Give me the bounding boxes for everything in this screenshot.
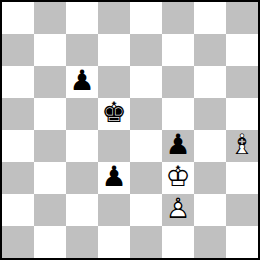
square-f8[interactable] xyxy=(162,2,194,34)
square-h5[interactable] xyxy=(226,98,258,130)
square-a1[interactable] xyxy=(2,226,34,258)
square-h6[interactable] xyxy=(226,66,258,98)
chess-board: ♟♚♟♝♗♟♚♔♟♙ xyxy=(0,0,260,260)
white-bishop: ♝♗ xyxy=(226,130,258,162)
square-b5[interactable] xyxy=(34,98,66,130)
square-e2[interactable] xyxy=(130,194,162,226)
square-d6[interactable] xyxy=(98,66,130,98)
square-d1[interactable] xyxy=(98,226,130,258)
square-g8[interactable] xyxy=(194,2,226,34)
square-f3[interactable]: ♚♔ xyxy=(162,162,194,194)
square-c2[interactable] xyxy=(66,194,98,226)
black-king-glyph: ♚ xyxy=(98,98,130,130)
square-a4[interactable] xyxy=(2,130,34,162)
square-a7[interactable] xyxy=(2,34,34,66)
black-king: ♚ xyxy=(98,98,130,130)
square-c4[interactable] xyxy=(66,130,98,162)
square-e5[interactable] xyxy=(130,98,162,130)
square-d7[interactable] xyxy=(98,34,130,66)
square-c6[interactable]: ♟ xyxy=(66,66,98,98)
square-b2[interactable] xyxy=(34,194,66,226)
square-h1[interactable] xyxy=(226,226,258,258)
black-pawn-glyph: ♟ xyxy=(162,130,194,162)
square-f4[interactable]: ♟ xyxy=(162,130,194,162)
square-b7[interactable] xyxy=(34,34,66,66)
square-f7[interactable] xyxy=(162,34,194,66)
square-g3[interactable] xyxy=(194,162,226,194)
black-pawn-glyph: ♟ xyxy=(66,66,98,98)
square-g6[interactable] xyxy=(194,66,226,98)
square-h8[interactable] xyxy=(226,2,258,34)
white-pawn-glyph: ♙ xyxy=(162,194,194,226)
square-f2[interactable]: ♟♙ xyxy=(162,194,194,226)
square-e3[interactable] xyxy=(130,162,162,194)
white-pawn: ♟♙ xyxy=(162,194,194,226)
square-c3[interactable] xyxy=(66,162,98,194)
square-f5[interactable] xyxy=(162,98,194,130)
square-e7[interactable] xyxy=(130,34,162,66)
square-c8[interactable] xyxy=(66,2,98,34)
square-e1[interactable] xyxy=(130,226,162,258)
square-e8[interactable] xyxy=(130,2,162,34)
square-b4[interactable] xyxy=(34,130,66,162)
square-d5[interactable]: ♚ xyxy=(98,98,130,130)
white-king-glyph: ♔ xyxy=(162,162,194,194)
square-h4[interactable]: ♝♗ xyxy=(226,130,258,162)
square-a3[interactable] xyxy=(2,162,34,194)
square-g5[interactable] xyxy=(194,98,226,130)
square-h3[interactable] xyxy=(226,162,258,194)
square-d8[interactable] xyxy=(98,2,130,34)
square-c5[interactable] xyxy=(66,98,98,130)
black-pawn: ♟ xyxy=(162,130,194,162)
square-a6[interactable] xyxy=(2,66,34,98)
square-h7[interactable] xyxy=(226,34,258,66)
square-e6[interactable] xyxy=(130,66,162,98)
square-a8[interactable] xyxy=(2,2,34,34)
square-c1[interactable] xyxy=(66,226,98,258)
black-pawn: ♟ xyxy=(66,66,98,98)
square-b1[interactable] xyxy=(34,226,66,258)
square-h2[interactable] xyxy=(226,194,258,226)
square-d4[interactable] xyxy=(98,130,130,162)
white-king: ♚♔ xyxy=(162,162,194,194)
square-b6[interactable] xyxy=(34,66,66,98)
square-a2[interactable] xyxy=(2,194,34,226)
square-g4[interactable] xyxy=(194,130,226,162)
white-bishop-glyph: ♗ xyxy=(226,130,258,162)
square-g7[interactable] xyxy=(194,34,226,66)
square-g1[interactable] xyxy=(194,226,226,258)
square-e4[interactable] xyxy=(130,130,162,162)
square-d3[interactable]: ♟ xyxy=(98,162,130,194)
square-f6[interactable] xyxy=(162,66,194,98)
square-g2[interactable] xyxy=(194,194,226,226)
square-c7[interactable] xyxy=(66,34,98,66)
square-f1[interactable] xyxy=(162,226,194,258)
black-pawn-glyph: ♟ xyxy=(98,162,130,194)
square-b3[interactable] xyxy=(34,162,66,194)
square-d2[interactable] xyxy=(98,194,130,226)
square-b8[interactable] xyxy=(34,2,66,34)
square-a5[interactable] xyxy=(2,98,34,130)
black-pawn: ♟ xyxy=(98,162,130,194)
